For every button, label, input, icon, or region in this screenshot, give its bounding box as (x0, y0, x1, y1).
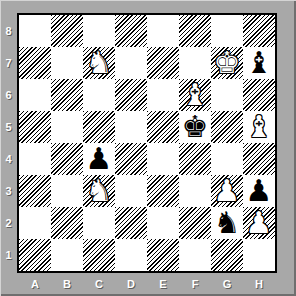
square-c3[interactable]: ♞ (83, 175, 115, 207)
square-g4[interactable] (211, 143, 243, 175)
square-g8[interactable] (211, 15, 243, 47)
file-label-a: A (19, 273, 51, 295)
square-c8[interactable] (83, 15, 115, 47)
square-d1[interactable] (115, 239, 147, 271)
square-d4[interactable] (115, 143, 147, 175)
chess-board: ♞♚♝♝♚♝♟♞♟♟♞♟ (17, 13, 277, 273)
square-e7[interactable] (147, 47, 179, 79)
square-d5[interactable] (115, 111, 147, 143)
piece-white-king-g7[interactable]: ♚ (214, 47, 241, 79)
piece-black-knight-g2[interactable]: ♞ (214, 207, 241, 239)
square-a2[interactable] (19, 207, 51, 239)
square-g7[interactable]: ♚ (211, 47, 243, 79)
piece-black-pawn-c4[interactable]: ♟ (86, 143, 113, 175)
square-d2[interactable] (115, 207, 147, 239)
square-b7[interactable] (51, 47, 83, 79)
square-d7[interactable] (115, 47, 147, 79)
square-f2[interactable] (179, 207, 211, 239)
piece-white-bishop-h5[interactable]: ♝ (246, 111, 273, 143)
square-b6[interactable] (51, 79, 83, 111)
square-g1[interactable] (211, 239, 243, 271)
piece-black-bishop-h7[interactable]: ♝ (246, 47, 273, 79)
piece-white-bishop-f6[interactable]: ♝ (182, 79, 209, 111)
square-f6[interactable]: ♝ (179, 79, 211, 111)
rank-label-2: 2 (0, 207, 17, 239)
square-e1[interactable] (147, 239, 179, 271)
rank-label-3: 3 (0, 175, 17, 207)
square-a7[interactable] (19, 47, 51, 79)
square-h7[interactable]: ♝ (243, 47, 275, 79)
rank-labels: 87654321 (0, 15, 17, 271)
rank-label-7: 7 (0, 47, 17, 79)
square-g5[interactable] (211, 111, 243, 143)
square-b8[interactable] (51, 15, 83, 47)
square-f7[interactable] (179, 47, 211, 79)
file-label-c: C (83, 273, 115, 295)
square-e6[interactable] (147, 79, 179, 111)
chess-diagram-frame: 87654321 ♞♚♝♝♚♝♟♞♟♟♞♟ ABCDEFGH (0, 0, 296, 296)
piece-white-pawn-g3[interactable]: ♟ (214, 175, 241, 207)
rank-label-8: 8 (0, 15, 17, 47)
square-h4[interactable] (243, 143, 275, 175)
file-label-g: G (211, 273, 243, 295)
square-f1[interactable] (179, 239, 211, 271)
square-b2[interactable] (51, 207, 83, 239)
square-f5[interactable]: ♚ (179, 111, 211, 143)
square-f4[interactable] (179, 143, 211, 175)
square-a4[interactable] (19, 143, 51, 175)
square-h2[interactable]: ♟ (243, 207, 275, 239)
square-d6[interactable] (115, 79, 147, 111)
piece-black-pawn-h3[interactable]: ♟ (246, 175, 273, 207)
square-c5[interactable] (83, 111, 115, 143)
piece-white-knight-c7[interactable]: ♞ (86, 47, 113, 79)
square-e4[interactable] (147, 143, 179, 175)
square-b3[interactable] (51, 175, 83, 207)
square-h3[interactable]: ♟ (243, 175, 275, 207)
square-g3[interactable]: ♟ (211, 175, 243, 207)
square-b1[interactable] (51, 239, 83, 271)
square-e3[interactable] (147, 175, 179, 207)
square-c4[interactable]: ♟ (83, 143, 115, 175)
square-d3[interactable] (115, 175, 147, 207)
square-h6[interactable] (243, 79, 275, 111)
square-b5[interactable] (51, 111, 83, 143)
square-a1[interactable] (19, 239, 51, 271)
square-g6[interactable] (211, 79, 243, 111)
piece-black-king-f5[interactable]: ♚ (182, 111, 209, 143)
square-e5[interactable] (147, 111, 179, 143)
square-f8[interactable] (179, 15, 211, 47)
square-h5[interactable]: ♝ (243, 111, 275, 143)
square-a6[interactable] (19, 79, 51, 111)
file-label-e: E (147, 273, 179, 295)
square-b4[interactable] (51, 143, 83, 175)
rank-label-4: 4 (0, 143, 17, 175)
square-e8[interactable] (147, 15, 179, 47)
square-c1[interactable] (83, 239, 115, 271)
file-label-b: B (51, 273, 83, 295)
file-label-f: F (179, 273, 211, 295)
square-c6[interactable] (83, 79, 115, 111)
square-g2[interactable]: ♞ (211, 207, 243, 239)
rank-label-5: 5 (0, 111, 17, 143)
square-a5[interactable] (19, 111, 51, 143)
piece-white-pawn-h2[interactable]: ♟ (246, 207, 273, 239)
square-a3[interactable] (19, 175, 51, 207)
square-h1[interactable] (243, 239, 275, 271)
square-a8[interactable] (19, 15, 51, 47)
file-labels: ABCDEFGH (19, 273, 275, 295)
rank-label-6: 6 (0, 79, 17, 111)
square-c7[interactable]: ♞ (83, 47, 115, 79)
square-d8[interactable] (115, 15, 147, 47)
file-label-h: H (243, 273, 275, 295)
piece-white-knight-c3[interactable]: ♞ (86, 175, 113, 207)
square-f3[interactable] (179, 175, 211, 207)
square-c2[interactable] (83, 207, 115, 239)
square-h8[interactable] (243, 15, 275, 47)
square-e2[interactable] (147, 207, 179, 239)
file-label-d: D (115, 273, 147, 295)
rank-label-1: 1 (0, 239, 17, 271)
